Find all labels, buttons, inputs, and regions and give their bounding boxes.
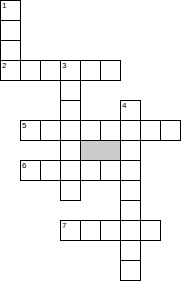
clue-number-2: 2 <box>2 61 6 70</box>
grid-cell-r4c3[interactable] <box>60 80 81 101</box>
clue-number-7: 7 <box>62 221 66 230</box>
grid-cell-r3c3[interactable]: 3 <box>60 60 81 81</box>
grid-cell-r6c2[interactable] <box>40 120 61 141</box>
grid-cell-r8c3[interactable] <box>60 160 81 181</box>
clue-number-1: 1 <box>2 1 6 10</box>
grid-cell-r6c6[interactable] <box>120 120 141 141</box>
grid-cell-r11c7[interactable] <box>140 220 161 241</box>
clue-number-6: 6 <box>22 161 26 170</box>
grid-cell-r6c7[interactable] <box>140 120 161 141</box>
grid-cell-r3c5[interactable] <box>100 60 121 81</box>
shaded-cell-block[interactable] <box>80 140 121 161</box>
grid-cell-r8c1[interactable]: 6 <box>20 160 41 181</box>
grid-cell-r6c8[interactable] <box>160 120 181 141</box>
grid-cell-r8c5[interactable] <box>100 160 121 181</box>
grid-cell-r12c6[interactable] <box>120 240 141 261</box>
grid-cell-r6c3[interactable] <box>60 120 81 141</box>
grid-cell-r3c4[interactable] <box>80 60 101 81</box>
grid-cell-r11c6[interactable] <box>120 220 141 241</box>
grid-cell-r11c5[interactable] <box>100 220 121 241</box>
grid-cell-r5c6[interactable]: 4 <box>120 100 141 121</box>
grid-cell-r8c2[interactable] <box>40 160 61 181</box>
grid-cell-r8c4[interactable] <box>80 160 101 181</box>
grid-cell-r9c3[interactable] <box>60 180 81 201</box>
grid-cell-r2c0[interactable] <box>0 40 21 61</box>
grid-cell-r9c6[interactable] <box>120 180 141 201</box>
grid-cell-r3c1[interactable] <box>20 60 41 81</box>
grid-cell-r6c4[interactable] <box>80 120 101 141</box>
grid-cell-r7c6[interactable] <box>120 140 141 161</box>
clue-number-5: 5 <box>22 121 26 130</box>
grid-cell-r11c3[interactable]: 7 <box>60 220 81 241</box>
grid-cell-r8c6[interactable] <box>120 160 141 181</box>
crossword-board: 1234567 <box>0 0 181 281</box>
grid-cell-r11c4[interactable] <box>80 220 101 241</box>
grid-cell-r6c5[interactable] <box>100 120 121 141</box>
grid-cell-r5c3[interactable] <box>60 100 81 121</box>
grid-cell-r7c3[interactable] <box>60 140 81 161</box>
grid-cell-r0c0[interactable]: 1 <box>0 0 21 21</box>
grid-cell-r1c0[interactable] <box>0 20 21 41</box>
grid-cell-r3c2[interactable] <box>40 60 61 81</box>
grid-cell-r10c6[interactable] <box>120 200 141 221</box>
grid-cell-r3c0[interactable]: 2 <box>0 60 21 81</box>
grid-cell-r6c1[interactable]: 5 <box>20 120 41 141</box>
grid-cell-r13c6[interactable] <box>120 260 141 281</box>
clue-number-4: 4 <box>122 101 126 110</box>
clue-number-3: 3 <box>62 61 66 70</box>
